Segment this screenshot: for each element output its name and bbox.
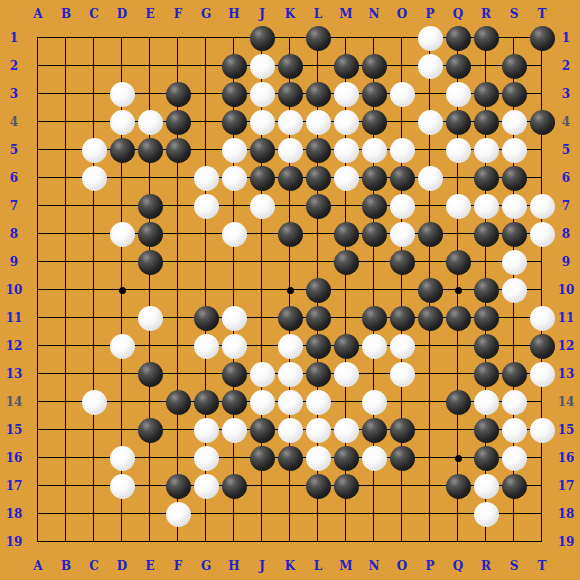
intersection-Q7[interactable] (444, 192, 472, 220)
intersection-S18[interactable] (500, 500, 528, 528)
intersection-H12[interactable] (220, 332, 248, 360)
intersection-P11[interactable] (416, 304, 444, 332)
intersection-L17[interactable] (304, 472, 332, 500)
intersection-M7[interactable] (332, 192, 360, 220)
intersection-J11[interactable] (248, 304, 276, 332)
intersection-H7[interactable] (220, 192, 248, 220)
intersection-D6[interactable] (108, 164, 136, 192)
intersection-N13[interactable] (360, 360, 388, 388)
intersection-A18[interactable] (24, 500, 52, 528)
intersection-E13[interactable] (136, 360, 164, 388)
intersection-F6[interactable] (164, 164, 192, 192)
intersection-P8[interactable] (416, 220, 444, 248)
intersection-S7[interactable] (500, 192, 528, 220)
intersection-K15[interactable] (276, 416, 304, 444)
intersection-J7[interactable] (248, 192, 276, 220)
intersection-D15[interactable] (108, 416, 136, 444)
intersection-K1[interactable] (276, 24, 304, 52)
intersection-R5[interactable] (472, 136, 500, 164)
intersection-N4[interactable] (360, 108, 388, 136)
intersection-P1[interactable] (416, 24, 444, 52)
intersection-R13[interactable] (472, 360, 500, 388)
intersection-G5[interactable] (192, 136, 220, 164)
intersection-L4[interactable] (304, 108, 332, 136)
intersection-J5[interactable] (248, 136, 276, 164)
intersection-G15[interactable] (192, 416, 220, 444)
intersection-J3[interactable] (248, 80, 276, 108)
intersection-S12[interactable] (500, 332, 528, 360)
intersection-S8[interactable] (500, 220, 528, 248)
intersection-G2[interactable] (192, 52, 220, 80)
intersection-A9[interactable] (24, 248, 52, 276)
intersection-E15[interactable] (136, 416, 164, 444)
intersection-P16[interactable] (416, 444, 444, 472)
intersection-A1[interactable] (24, 24, 52, 52)
intersection-Q5[interactable] (444, 136, 472, 164)
intersection-E17[interactable] (136, 472, 164, 500)
intersection-K5[interactable] (276, 136, 304, 164)
intersection-J10[interactable] (248, 276, 276, 304)
intersection-D18[interactable] (108, 500, 136, 528)
intersection-E8[interactable] (136, 220, 164, 248)
intersection-K8[interactable] (276, 220, 304, 248)
intersection-A11[interactable] (24, 304, 52, 332)
intersection-L7[interactable] (304, 192, 332, 220)
intersection-E10[interactable] (136, 276, 164, 304)
intersection-O18[interactable] (388, 500, 416, 528)
intersection-N8[interactable] (360, 220, 388, 248)
intersection-K13[interactable] (276, 360, 304, 388)
intersection-M6[interactable] (332, 164, 360, 192)
intersection-Q9[interactable] (444, 248, 472, 276)
intersection-R4[interactable] (472, 108, 500, 136)
intersection-D19[interactable] (108, 528, 136, 556)
intersection-H10[interactable] (220, 276, 248, 304)
intersection-K17[interactable] (276, 472, 304, 500)
intersection-N11[interactable] (360, 304, 388, 332)
intersection-H9[interactable] (220, 248, 248, 276)
intersection-R10[interactable] (472, 276, 500, 304)
intersection-H5[interactable] (220, 136, 248, 164)
intersection-C13[interactable] (80, 360, 108, 388)
intersection-F2[interactable] (164, 52, 192, 80)
intersection-A19[interactable] (24, 528, 52, 556)
intersection-B11[interactable] (52, 304, 80, 332)
intersection-R1[interactable] (472, 24, 500, 52)
intersection-P18[interactable] (416, 500, 444, 528)
intersection-H14[interactable] (220, 388, 248, 416)
intersection-B3[interactable] (52, 80, 80, 108)
intersection-P17[interactable] (416, 472, 444, 500)
intersection-B13[interactable] (52, 360, 80, 388)
intersection-G6[interactable] (192, 164, 220, 192)
intersection-E6[interactable] (136, 164, 164, 192)
intersection-B1[interactable] (52, 24, 80, 52)
intersection-D8[interactable] (108, 220, 136, 248)
intersection-B19[interactable] (52, 528, 80, 556)
intersection-M19[interactable] (332, 528, 360, 556)
intersection-G19[interactable] (192, 528, 220, 556)
intersection-B7[interactable] (52, 192, 80, 220)
intersection-L1[interactable] (304, 24, 332, 52)
intersection-N9[interactable] (360, 248, 388, 276)
intersection-C1[interactable] (80, 24, 108, 52)
intersection-S9[interactable] (500, 248, 528, 276)
intersection-B14[interactable] (52, 388, 80, 416)
intersection-K11[interactable] (276, 304, 304, 332)
intersection-C3[interactable] (80, 80, 108, 108)
intersection-A15[interactable] (24, 416, 52, 444)
intersection-C8[interactable] (80, 220, 108, 248)
intersection-E2[interactable] (136, 52, 164, 80)
intersection-S10[interactable] (500, 276, 528, 304)
intersection-D7[interactable] (108, 192, 136, 220)
intersection-Q16[interactable] (444, 444, 472, 472)
intersection-S6[interactable] (500, 164, 528, 192)
intersection-N6[interactable] (360, 164, 388, 192)
intersection-F5[interactable] (164, 136, 192, 164)
intersection-G13[interactable] (192, 360, 220, 388)
intersection-E12[interactable] (136, 332, 164, 360)
intersection-H19[interactable] (220, 528, 248, 556)
intersection-C16[interactable] (80, 444, 108, 472)
intersection-B10[interactable] (52, 276, 80, 304)
intersection-C15[interactable] (80, 416, 108, 444)
intersection-C11[interactable] (80, 304, 108, 332)
intersection-N7[interactable] (360, 192, 388, 220)
intersection-O2[interactable] (388, 52, 416, 80)
intersection-R2[interactable] (472, 52, 500, 80)
intersection-P2[interactable] (416, 52, 444, 80)
intersection-L6[interactable] (304, 164, 332, 192)
intersection-O14[interactable] (388, 388, 416, 416)
intersection-A13[interactable] (24, 360, 52, 388)
intersection-N3[interactable] (360, 80, 388, 108)
intersection-J13[interactable] (248, 360, 276, 388)
intersection-D17[interactable] (108, 472, 136, 500)
intersection-M1[interactable] (332, 24, 360, 52)
intersection-M17[interactable] (332, 472, 360, 500)
intersection-J17[interactable] (248, 472, 276, 500)
intersection-F16[interactable] (164, 444, 192, 472)
intersection-O19[interactable] (388, 528, 416, 556)
intersection-B15[interactable] (52, 416, 80, 444)
intersection-H2[interactable] (220, 52, 248, 80)
intersection-M12[interactable] (332, 332, 360, 360)
intersection-C9[interactable] (80, 248, 108, 276)
intersection-G10[interactable] (192, 276, 220, 304)
intersection-K16[interactable] (276, 444, 304, 472)
intersection-J1[interactable] (248, 24, 276, 52)
intersection-M3[interactable] (332, 80, 360, 108)
intersection-P7[interactable] (416, 192, 444, 220)
intersection-R9[interactable] (472, 248, 500, 276)
intersection-E1[interactable] (136, 24, 164, 52)
intersection-D1[interactable] (108, 24, 136, 52)
intersection-A2[interactable] (24, 52, 52, 80)
intersection-F13[interactable] (164, 360, 192, 388)
intersection-S4[interactable] (500, 108, 528, 136)
intersection-L15[interactable] (304, 416, 332, 444)
intersection-Q12[interactable] (444, 332, 472, 360)
intersection-P10[interactable] (416, 276, 444, 304)
intersection-A12[interactable] (24, 332, 52, 360)
intersection-J19[interactable] (248, 528, 276, 556)
intersection-K18[interactable] (276, 500, 304, 528)
intersection-M11[interactable] (332, 304, 360, 332)
intersection-L11[interactable] (304, 304, 332, 332)
intersection-Q18[interactable] (444, 500, 472, 528)
intersection-A14[interactable] (24, 388, 52, 416)
intersection-K7[interactable] (276, 192, 304, 220)
intersection-H15[interactable] (220, 416, 248, 444)
intersection-G4[interactable] (192, 108, 220, 136)
intersection-J12[interactable] (248, 332, 276, 360)
intersection-D2[interactable] (108, 52, 136, 80)
intersection-B8[interactable] (52, 220, 80, 248)
intersection-L10[interactable] (304, 276, 332, 304)
intersection-O1[interactable] (388, 24, 416, 52)
intersection-E5[interactable] (136, 136, 164, 164)
intersection-J18[interactable] (248, 500, 276, 528)
intersection-E14[interactable] (136, 388, 164, 416)
intersection-Q1[interactable] (444, 24, 472, 52)
intersection-D16[interactable] (108, 444, 136, 472)
intersection-O11[interactable] (388, 304, 416, 332)
intersection-N15[interactable] (360, 416, 388, 444)
intersection-F18[interactable] (164, 500, 192, 528)
intersection-J4[interactable] (248, 108, 276, 136)
intersection-E19[interactable] (136, 528, 164, 556)
intersection-N2[interactable] (360, 52, 388, 80)
intersection-H16[interactable] (220, 444, 248, 472)
intersection-R12[interactable] (472, 332, 500, 360)
intersection-C10[interactable] (80, 276, 108, 304)
intersection-S5[interactable] (500, 136, 528, 164)
intersection-M10[interactable] (332, 276, 360, 304)
intersection-B2[interactable] (52, 52, 80, 80)
intersection-H18[interactable] (220, 500, 248, 528)
intersection-Q14[interactable] (444, 388, 472, 416)
intersection-P4[interactable] (416, 108, 444, 136)
intersection-Q2[interactable] (444, 52, 472, 80)
intersection-R11[interactable] (472, 304, 500, 332)
intersection-R8[interactable] (472, 220, 500, 248)
intersection-R6[interactable] (472, 164, 500, 192)
intersection-F4[interactable] (164, 108, 192, 136)
intersection-G18[interactable] (192, 500, 220, 528)
intersection-G7[interactable] (192, 192, 220, 220)
intersection-K12[interactable] (276, 332, 304, 360)
intersection-B17[interactable] (52, 472, 80, 500)
intersection-P5[interactable] (416, 136, 444, 164)
intersection-H1[interactable] (220, 24, 248, 52)
intersection-E16[interactable] (136, 444, 164, 472)
intersection-K19[interactable] (276, 528, 304, 556)
intersection-K9[interactable] (276, 248, 304, 276)
intersection-M18[interactable] (332, 500, 360, 528)
intersection-G16[interactable] (192, 444, 220, 472)
intersection-B4[interactable] (52, 108, 80, 136)
intersection-A6[interactable] (24, 164, 52, 192)
intersection-L12[interactable] (304, 332, 332, 360)
intersection-R14[interactable] (472, 388, 500, 416)
intersection-A10[interactable] (24, 276, 52, 304)
intersection-N16[interactable] (360, 444, 388, 472)
intersection-M13[interactable] (332, 360, 360, 388)
intersection-Q4[interactable] (444, 108, 472, 136)
intersection-R3[interactable] (472, 80, 500, 108)
intersection-H4[interactable] (220, 108, 248, 136)
intersection-Q19[interactable] (444, 528, 472, 556)
intersection-O15[interactable] (388, 416, 416, 444)
intersection-A4[interactable] (24, 108, 52, 136)
intersection-D5[interactable] (108, 136, 136, 164)
intersection-D9[interactable] (108, 248, 136, 276)
intersection-O6[interactable] (388, 164, 416, 192)
intersection-H17[interactable] (220, 472, 248, 500)
intersection-J14[interactable] (248, 388, 276, 416)
intersection-D14[interactable] (108, 388, 136, 416)
intersection-S14[interactable] (500, 388, 528, 416)
intersection-P6[interactable] (416, 164, 444, 192)
intersection-R7[interactable] (472, 192, 500, 220)
intersection-O16[interactable] (388, 444, 416, 472)
intersection-Q6[interactable] (444, 164, 472, 192)
intersection-D4[interactable] (108, 108, 136, 136)
intersection-R17[interactable] (472, 472, 500, 500)
intersection-N1[interactable] (360, 24, 388, 52)
intersection-N5[interactable] (360, 136, 388, 164)
intersection-S13[interactable] (500, 360, 528, 388)
intersection-N14[interactable] (360, 388, 388, 416)
intersection-B12[interactable] (52, 332, 80, 360)
intersection-A5[interactable] (24, 136, 52, 164)
intersection-H11[interactable] (220, 304, 248, 332)
intersection-L5[interactable] (304, 136, 332, 164)
intersection-E4[interactable] (136, 108, 164, 136)
intersection-P14[interactable] (416, 388, 444, 416)
intersection-E11[interactable] (136, 304, 164, 332)
intersection-F15[interactable] (164, 416, 192, 444)
intersection-A8[interactable] (24, 220, 52, 248)
intersection-C18[interactable] (80, 500, 108, 528)
intersection-S2[interactable] (500, 52, 528, 80)
intersection-M9[interactable] (332, 248, 360, 276)
intersection-P19[interactable] (416, 528, 444, 556)
intersection-O10[interactable] (388, 276, 416, 304)
intersection-J15[interactable] (248, 416, 276, 444)
intersection-D12[interactable] (108, 332, 136, 360)
intersection-N10[interactable] (360, 276, 388, 304)
intersection-B18[interactable] (52, 500, 80, 528)
intersection-R19[interactable] (472, 528, 500, 556)
intersection-S16[interactable] (500, 444, 528, 472)
intersection-C6[interactable] (80, 164, 108, 192)
intersection-K4[interactable] (276, 108, 304, 136)
intersection-D11[interactable] (108, 304, 136, 332)
intersection-O4[interactable] (388, 108, 416, 136)
intersection-L16[interactable] (304, 444, 332, 472)
intersection-C14[interactable] (80, 388, 108, 416)
intersection-D3[interactable] (108, 80, 136, 108)
intersection-L14[interactable] (304, 388, 332, 416)
intersection-M8[interactable] (332, 220, 360, 248)
intersection-A7[interactable] (24, 192, 52, 220)
intersection-B5[interactable] (52, 136, 80, 164)
intersection-A17[interactable] (24, 472, 52, 500)
intersection-G3[interactable] (192, 80, 220, 108)
intersection-M5[interactable] (332, 136, 360, 164)
intersection-D10[interactable] (108, 276, 136, 304)
intersection-Q17[interactable] (444, 472, 472, 500)
intersection-L8[interactable] (304, 220, 332, 248)
intersection-S19[interactable] (500, 528, 528, 556)
intersection-H13[interactable] (220, 360, 248, 388)
intersection-H3[interactable] (220, 80, 248, 108)
intersection-D13[interactable] (108, 360, 136, 388)
intersection-O9[interactable] (388, 248, 416, 276)
intersection-P15[interactable] (416, 416, 444, 444)
intersection-E7[interactable] (136, 192, 164, 220)
intersection-Q8[interactable] (444, 220, 472, 248)
intersection-L3[interactable] (304, 80, 332, 108)
intersection-F7[interactable] (164, 192, 192, 220)
intersection-F11[interactable] (164, 304, 192, 332)
intersection-F14[interactable] (164, 388, 192, 416)
intersection-S3[interactable] (500, 80, 528, 108)
intersection-C5[interactable] (80, 136, 108, 164)
intersection-S17[interactable] (500, 472, 528, 500)
intersection-Q13[interactable] (444, 360, 472, 388)
intersection-E9[interactable] (136, 248, 164, 276)
intersection-N12[interactable] (360, 332, 388, 360)
intersection-J2[interactable] (248, 52, 276, 80)
intersection-F12[interactable] (164, 332, 192, 360)
intersection-A3[interactable] (24, 80, 52, 108)
intersection-P9[interactable] (416, 248, 444, 276)
intersection-B6[interactable] (52, 164, 80, 192)
intersection-H6[interactable] (220, 164, 248, 192)
intersection-Q3[interactable] (444, 80, 472, 108)
intersection-S15[interactable] (500, 416, 528, 444)
intersection-F10[interactable] (164, 276, 192, 304)
intersection-C2[interactable] (80, 52, 108, 80)
intersection-G17[interactable] (192, 472, 220, 500)
intersection-L13[interactable] (304, 360, 332, 388)
intersection-F19[interactable] (164, 528, 192, 556)
intersection-N17[interactable] (360, 472, 388, 500)
intersection-S1[interactable] (500, 24, 528, 52)
intersection-M15[interactable] (332, 416, 360, 444)
intersection-G14[interactable] (192, 388, 220, 416)
intersection-K2[interactable] (276, 52, 304, 80)
intersection-L18[interactable] (304, 500, 332, 528)
intersection-C17[interactable] (80, 472, 108, 500)
intersection-O8[interactable] (388, 220, 416, 248)
intersection-K10[interactable] (276, 276, 304, 304)
intersection-C4[interactable] (80, 108, 108, 136)
intersection-N18[interactable] (360, 500, 388, 528)
intersection-J6[interactable] (248, 164, 276, 192)
intersection-L9[interactable] (304, 248, 332, 276)
intersection-F17[interactable] (164, 472, 192, 500)
intersection-H8[interactable] (220, 220, 248, 248)
intersection-O3[interactable] (388, 80, 416, 108)
intersection-J9[interactable] (248, 248, 276, 276)
intersection-O17[interactable] (388, 472, 416, 500)
intersection-P3[interactable] (416, 80, 444, 108)
